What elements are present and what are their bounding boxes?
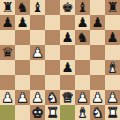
square-a6[interactable] xyxy=(0,30,15,45)
square-b3[interactable] xyxy=(15,75,30,90)
square-f5[interactable] xyxy=(75,45,90,60)
square-c4[interactable] xyxy=(30,60,45,75)
square-g2[interactable]: ♟ xyxy=(90,90,105,105)
square-a8[interactable]: ♜ xyxy=(0,0,15,15)
piece-black-king-e8[interactable]: ♚ xyxy=(61,0,73,15)
piece-white-pawn-f2[interactable]: ♟ xyxy=(76,90,88,105)
square-d2[interactable]: ♞ xyxy=(45,90,60,105)
square-f7[interactable]: ♟ xyxy=(75,15,90,30)
piece-white-pawn-c2[interactable]: ♟ xyxy=(31,90,43,105)
piece-white-knight-g1[interactable]: ♞ xyxy=(91,105,103,120)
square-c5[interactable]: ♟ xyxy=(30,45,45,60)
square-c2[interactable]: ♟ xyxy=(30,90,45,105)
square-b2[interactable]: ♟ xyxy=(15,90,30,105)
piece-white-pawn-c5[interactable]: ♟ xyxy=(31,45,43,60)
square-f1[interactable]: ♝ xyxy=(75,105,90,120)
square-e8[interactable]: ♚ xyxy=(60,0,75,15)
piece-white-king-c1[interactable]: ♚ xyxy=(31,105,43,120)
square-f8[interactable]: ♝ xyxy=(75,0,90,15)
square-h8[interactable]: ♜ xyxy=(105,0,120,15)
square-c1[interactable]: ♚ xyxy=(30,105,45,120)
piece-white-knight-d2[interactable]: ♞ xyxy=(46,90,58,105)
square-b4[interactable] xyxy=(15,60,30,75)
square-g4[interactable] xyxy=(90,60,105,75)
square-b5[interactable] xyxy=(15,45,30,60)
square-d4[interactable] xyxy=(45,60,60,75)
square-a4[interactable] xyxy=(0,60,15,75)
square-d7[interactable] xyxy=(45,15,60,30)
piece-black-pawn-g7[interactable]: ♟ xyxy=(91,15,103,30)
square-e4[interactable]: ♟ xyxy=(60,60,75,75)
square-e3[interactable] xyxy=(60,75,75,90)
square-d3[interactable] xyxy=(45,75,60,90)
piece-black-knight-b8[interactable]: ♞ xyxy=(16,0,28,15)
piece-black-pawn-e4[interactable]: ♟ xyxy=(61,60,73,75)
square-f6[interactable]: ♞ xyxy=(75,30,90,45)
square-e2[interactable]: ♛ xyxy=(60,90,75,105)
square-d6[interactable] xyxy=(45,30,60,45)
square-g5[interactable] xyxy=(90,45,105,60)
square-g3[interactable] xyxy=(90,75,105,90)
square-h5[interactable] xyxy=(105,45,120,60)
square-a5[interactable]: ♛ xyxy=(0,45,15,60)
square-f4[interactable] xyxy=(75,60,90,75)
square-e6[interactable]: ♟ xyxy=(60,30,75,45)
square-a1[interactable] xyxy=(0,105,15,120)
piece-black-bishop-f8[interactable]: ♝ xyxy=(76,0,88,15)
piece-black-pawn-f7[interactable]: ♟ xyxy=(76,15,88,30)
piece-white-bishop-h4[interactable]: ♝ xyxy=(106,60,118,75)
square-d8[interactable] xyxy=(45,0,60,15)
piece-black-rook-a8[interactable]: ♜ xyxy=(1,0,13,15)
square-a3[interactable] xyxy=(0,75,15,90)
square-a2[interactable]: ♟ xyxy=(0,90,15,105)
piece-black-pawn-h6[interactable]: ♟ xyxy=(106,30,118,45)
piece-white-pawn-a2[interactable]: ♟ xyxy=(1,90,13,105)
square-b8[interactable]: ♞ xyxy=(15,0,30,15)
square-b1[interactable] xyxy=(15,105,30,120)
piece-black-queen-a5[interactable]: ♛ xyxy=(1,45,13,60)
square-e1[interactable] xyxy=(60,105,75,120)
piece-black-bishop-c8[interactable]: ♝ xyxy=(31,0,43,15)
piece-white-rook-d1[interactable]: ♜ xyxy=(46,105,58,120)
chess-board: ♜♞♝♚♝♜♟♟♟♟♟♞♟♛♟♟♝♟♟♟♞♛♟♟♟♚♜♝♞♜ xyxy=(0,0,120,120)
square-d1[interactable]: ♜ xyxy=(45,105,60,120)
square-g6[interactable] xyxy=(90,30,105,45)
piece-white-pawn-g2[interactable]: ♟ xyxy=(91,90,103,105)
square-h1[interactable]: ♜ xyxy=(105,105,120,120)
square-h3[interactable] xyxy=(105,75,120,90)
square-b6[interactable] xyxy=(15,30,30,45)
piece-white-queen-e2[interactable]: ♛ xyxy=(61,90,73,105)
square-h4[interactable]: ♝ xyxy=(105,60,120,75)
square-b7[interactable]: ♟ xyxy=(15,15,30,30)
square-h6[interactable]: ♟ xyxy=(105,30,120,45)
square-g1[interactable]: ♞ xyxy=(90,105,105,120)
square-e7[interactable] xyxy=(60,15,75,30)
square-c3[interactable] xyxy=(30,75,45,90)
square-f3[interactable] xyxy=(75,75,90,90)
square-h7[interactable] xyxy=(105,15,120,30)
piece-black-pawn-b7[interactable]: ♟ xyxy=(16,15,28,30)
piece-black-rook-h8[interactable]: ♜ xyxy=(106,0,118,15)
square-a7[interactable]: ♟ xyxy=(0,15,15,30)
square-h2[interactable]: ♟ xyxy=(105,90,120,105)
piece-white-pawn-b2[interactable]: ♟ xyxy=(16,90,28,105)
piece-white-bishop-f1[interactable]: ♝ xyxy=(76,105,88,120)
piece-white-rook-h1[interactable]: ♜ xyxy=(106,105,118,120)
square-d5[interactable] xyxy=(45,45,60,60)
piece-black-pawn-a7[interactable]: ♟ xyxy=(1,15,13,30)
piece-black-knight-f6[interactable]: ♞ xyxy=(76,30,88,45)
square-c7[interactable] xyxy=(30,15,45,30)
square-g8[interactable] xyxy=(90,0,105,15)
square-f2[interactable]: ♟ xyxy=(75,90,90,105)
square-c8[interactable]: ♝ xyxy=(30,0,45,15)
piece-black-pawn-e6[interactable]: ♟ xyxy=(61,30,73,45)
square-e5[interactable] xyxy=(60,45,75,60)
square-g7[interactable]: ♟ xyxy=(90,15,105,30)
square-c6[interactable] xyxy=(30,30,45,45)
piece-white-pawn-h2[interactable]: ♟ xyxy=(106,90,118,105)
